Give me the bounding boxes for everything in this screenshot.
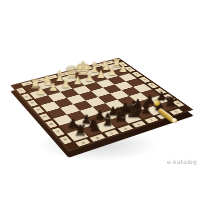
clasp-knob <box>154 100 160 106</box>
product-photo: abcdefgh abcdefgh 12345678 12345678 ♜♞♝♛… <box>0 0 200 200</box>
brass-clasp <box>152 99 188 127</box>
board-scene: abcdefgh abcdefgh 12345678 12345678 ♜♞♝♛… <box>31 30 165 164</box>
watermark-text: e-katalog <box>167 158 197 165</box>
clasp-tip <box>172 118 177 123</box>
